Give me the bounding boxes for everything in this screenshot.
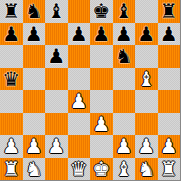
black-pawn-piece[interactable]: ♟	[90, 23, 113, 46]
black-bishop-piece[interactable]: ♝	[113, 0, 136, 23]
square-b8[interactable]: ♞	[23, 0, 46, 23]
square-h4[interactable]	[158, 90, 181, 113]
square-f1[interactable]: ♝	[113, 158, 136, 181]
square-d4[interactable]: ♟	[68, 90, 91, 113]
white-pawn-piece[interactable]: ♟	[45, 135, 68, 158]
square-c1[interactable]	[45, 158, 68, 181]
white-pawn-piece[interactable]: ♟	[0, 135, 23, 158]
square-e8[interactable]: ♚	[90, 0, 113, 23]
square-a3[interactable]	[0, 113, 23, 136]
white-pawn-piece[interactable]: ♟	[135, 135, 158, 158]
white-rook-piece[interactable]: ♜	[0, 158, 23, 181]
square-e2[interactable]	[90, 135, 113, 158]
black-bishop-piece[interactable]: ♝	[45, 0, 68, 23]
black-pawn-piece[interactable]: ♟	[45, 45, 68, 68]
square-h3[interactable]	[158, 113, 181, 136]
square-c2[interactable]: ♟	[45, 135, 68, 158]
square-d5[interactable]	[68, 68, 91, 91]
square-e3[interactable]: ♟	[90, 113, 113, 136]
white-bishop-piece[interactable]: ♝	[113, 158, 136, 181]
white-bishop-piece[interactable]: ♝	[135, 68, 158, 91]
white-knight-piece[interactable]: ♞	[135, 158, 158, 181]
square-b5[interactable]	[23, 68, 46, 91]
square-g6[interactable]	[135, 45, 158, 68]
square-d6[interactable]	[68, 45, 91, 68]
square-c5[interactable]	[45, 68, 68, 91]
square-e1[interactable]: ♚	[90, 158, 113, 181]
white-pawn-piece[interactable]: ♟	[113, 135, 136, 158]
square-e6[interactable]	[90, 45, 113, 68]
square-h1[interactable]: ♜	[158, 158, 181, 181]
black-knight-piece[interactable]: ♞	[113, 45, 136, 68]
square-a4[interactable]	[0, 90, 23, 113]
square-g2[interactable]: ♟	[135, 135, 158, 158]
black-pawn-piece[interactable]: ♟	[0, 23, 23, 46]
square-g7[interactable]: ♟	[135, 23, 158, 46]
square-f8[interactable]: ♝	[113, 0, 136, 23]
square-d1[interactable]: ♛	[68, 158, 91, 181]
square-g3[interactable]	[135, 113, 158, 136]
square-g5[interactable]: ♝	[135, 68, 158, 91]
square-h6[interactable]	[158, 45, 181, 68]
square-c7[interactable]	[45, 23, 68, 46]
white-king-piece[interactable]: ♚	[90, 158, 113, 181]
square-e7[interactable]: ♟	[90, 23, 113, 46]
square-f7[interactable]: ♟	[113, 23, 136, 46]
black-pawn-piece[interactable]: ♟	[158, 23, 181, 46]
square-c3[interactable]	[45, 113, 68, 136]
white-pawn-piece[interactable]: ♟	[23, 135, 46, 158]
square-d3[interactable]	[68, 113, 91, 136]
square-f5[interactable]	[113, 68, 136, 91]
square-a7[interactable]: ♟	[0, 23, 23, 46]
square-b4[interactable]	[23, 90, 46, 113]
black-pawn-piece[interactable]: ♟	[68, 23, 91, 46]
black-king-piece[interactable]: ♚	[90, 0, 113, 23]
square-c8[interactable]: ♝	[45, 0, 68, 23]
black-pawn-piece[interactable]: ♟	[135, 23, 158, 46]
black-pawn-piece[interactable]: ♟	[23, 23, 46, 46]
square-d2[interactable]	[68, 135, 91, 158]
square-f4[interactable]	[113, 90, 136, 113]
square-b6[interactable]	[23, 45, 46, 68]
square-c4[interactable]	[45, 90, 68, 113]
black-rook-piece[interactable]: ♜	[0, 0, 23, 23]
white-queen-piece[interactable]: ♛	[68, 158, 91, 181]
square-h5[interactable]	[158, 68, 181, 91]
square-f2[interactable]: ♟	[113, 135, 136, 158]
square-c6[interactable]: ♟	[45, 45, 68, 68]
black-rook-piece[interactable]: ♜	[158, 0, 181, 23]
square-d7[interactable]: ♟	[68, 23, 91, 46]
square-g4[interactable]	[135, 90, 158, 113]
black-queen-piece[interactable]: ♛	[0, 68, 23, 91]
square-e4[interactable]	[90, 90, 113, 113]
white-knight-piece[interactable]: ♞	[23, 158, 46, 181]
square-e5[interactable]	[90, 68, 113, 91]
white-rook-piece[interactable]: ♜	[158, 158, 181, 181]
square-a6[interactable]	[0, 45, 23, 68]
square-f3[interactable]	[113, 113, 136, 136]
square-a8[interactable]: ♜	[0, 0, 23, 23]
square-g1[interactable]: ♞	[135, 158, 158, 181]
white-pawn-piece[interactable]: ♟	[90, 113, 113, 136]
square-h7[interactable]: ♟	[158, 23, 181, 46]
square-d8[interactable]	[68, 0, 91, 23]
square-f6[interactable]: ♞	[113, 45, 136, 68]
black-knight-piece[interactable]: ♞	[23, 0, 46, 23]
white-pawn-piece[interactable]: ♟	[158, 135, 181, 158]
square-h2[interactable]: ♟	[158, 135, 181, 158]
square-g8[interactable]	[135, 0, 158, 23]
square-a2[interactable]: ♟	[0, 135, 23, 158]
square-b7[interactable]: ♟	[23, 23, 46, 46]
square-a1[interactable]: ♜	[0, 158, 23, 181]
square-b3[interactable]	[23, 113, 46, 136]
square-h8[interactable]: ♜	[158, 0, 181, 23]
chess-board: ♜♞♝♚♝♜♟♟♟♟♟♟♟♟♞♛♝♟♟♟♟♟♟♟♟♜♞♛♚♝♞♜	[0, 0, 180, 180]
white-pawn-piece[interactable]: ♟	[68, 90, 91, 113]
square-b2[interactable]: ♟	[23, 135, 46, 158]
black-pawn-piece[interactable]: ♟	[113, 23, 136, 46]
square-b1[interactable]: ♞	[23, 158, 46, 181]
square-a5[interactable]: ♛	[0, 68, 23, 91]
